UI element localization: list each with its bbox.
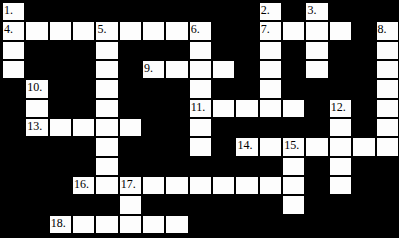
black-cell-r8c11 <box>259 157 282 176</box>
black-cell-r0c10 <box>235 2 258 21</box>
black-cell-r5c6 <box>142 99 165 118</box>
black-cell-r11c10 <box>235 215 258 234</box>
black-cell-r9c2 <box>49 176 72 195</box>
white-cell-r1c3[interactable] <box>72 21 95 40</box>
black-cell-r8c2 <box>49 157 72 176</box>
black-cell-r4c0 <box>2 79 25 98</box>
black-cell-r9c16 <box>376 176 399 195</box>
black-cell-r11c8 <box>189 215 212 234</box>
clue-number-2: 2. <box>261 3 270 17</box>
black-cell-r0c2 <box>49 2 72 21</box>
clue-number-8: 8. <box>378 22 387 36</box>
clue-number-13: 13. <box>27 119 42 133</box>
black-cell-r6c6 <box>142 118 165 137</box>
clue-number-11: 11. <box>191 100 206 114</box>
white-cell-r2c13[interactable] <box>305 41 328 60</box>
black-cell-r0c12 <box>282 2 305 21</box>
white-cell-r9c11[interactable] <box>259 176 282 195</box>
black-cell-r3c1 <box>25 60 48 79</box>
black-cell-r6c12 <box>282 118 305 137</box>
white-cell-r1c14[interactable] <box>329 21 352 40</box>
white-cell-r5c16[interactable] <box>376 99 399 118</box>
black-cell-r0c6 <box>142 2 165 21</box>
white-cell-r6c1[interactable]: 13. <box>25 118 48 137</box>
white-cell-r1c8[interactable]: 6. <box>189 21 212 40</box>
white-cell-r10c12[interactable] <box>282 195 305 214</box>
black-cell-r1c15 <box>352 21 375 40</box>
white-cell-r8c14[interactable] <box>329 157 352 176</box>
black-cell-r8c13 <box>305 157 328 176</box>
black-cell-r0c9 <box>212 2 235 21</box>
black-cell-r10c6 <box>142 195 165 214</box>
white-cell-r6c16[interactable] <box>376 118 399 137</box>
white-cell-r7c15[interactable] <box>352 137 375 156</box>
black-cell-r11c0 <box>2 215 25 234</box>
black-cell-r7c5 <box>119 137 142 156</box>
black-cell-r10c13 <box>305 195 328 214</box>
white-cell-r11c4[interactable] <box>95 215 118 234</box>
black-cell-r5c7 <box>165 99 188 118</box>
black-cell-r6c9 <box>212 118 235 137</box>
black-cell-r10c0 <box>2 195 25 214</box>
white-cell-r1c0[interactable]: 4. <box>2 21 25 40</box>
white-cell-r5c14[interactable]: 12. <box>329 99 352 118</box>
black-cell-r4c2 <box>49 79 72 98</box>
black-cell-r11c1 <box>25 215 48 234</box>
black-cell-r6c0 <box>2 118 25 137</box>
white-cell-r1c7[interactable] <box>165 21 188 40</box>
white-cell-r9c5[interactable]: 17. <box>119 176 142 195</box>
black-cell-r10c8 <box>189 195 212 214</box>
black-cell-r0c5 <box>119 2 142 21</box>
black-cell-r7c7 <box>165 137 188 156</box>
black-cell-r11c11 <box>259 215 282 234</box>
black-cell-r11c16 <box>376 215 399 234</box>
black-cell-r4c10 <box>235 79 258 98</box>
black-cell-r9c1 <box>25 176 48 195</box>
black-cell-r8c1 <box>25 157 48 176</box>
white-cell-r9c10[interactable] <box>235 176 258 195</box>
black-cell-r4c13 <box>305 79 328 98</box>
black-cell-r2c6 <box>142 41 165 60</box>
black-cell-r4c15 <box>352 79 375 98</box>
black-cell-r8c8 <box>189 157 212 176</box>
white-cell-r2c16[interactable] <box>376 41 399 60</box>
white-cell-r11c5[interactable] <box>119 215 142 234</box>
clue-number-3: 3. <box>307 3 316 17</box>
black-cell-r7c0 <box>2 137 25 156</box>
black-cell-r8c6 <box>142 157 165 176</box>
white-cell-r2c4[interactable] <box>95 41 118 60</box>
white-cell-r3c13[interactable] <box>305 60 328 79</box>
black-cell-r3c14 <box>329 60 352 79</box>
black-cell-r2c1 <box>25 41 48 60</box>
black-cell-r10c9 <box>212 195 235 214</box>
black-cell-r8c0 <box>2 157 25 176</box>
black-cell-r4c14 <box>329 79 352 98</box>
black-cell-r9c0 <box>2 176 25 195</box>
black-cell-r0c8 <box>189 2 212 21</box>
white-cell-r4c16[interactable] <box>376 79 399 98</box>
white-cell-r7c12[interactable]: 15. <box>282 137 305 156</box>
white-cell-r9c8[interactable] <box>189 176 212 195</box>
black-cell-r2c7 <box>165 41 188 60</box>
white-cell-r1c2[interactable] <box>49 21 72 40</box>
white-cell-r5c8[interactable]: 11. <box>189 99 212 118</box>
black-cell-r10c4 <box>95 195 118 214</box>
white-cell-r7c16[interactable] <box>376 137 399 156</box>
black-cell-r2c14 <box>329 41 352 60</box>
white-cell-r3c6[interactable]: 9. <box>142 60 165 79</box>
white-cell-r11c7[interactable] <box>165 215 188 234</box>
clue-number-5: 5. <box>97 22 106 36</box>
black-cell-r11c12 <box>282 215 305 234</box>
black-cell-r4c6 <box>142 79 165 98</box>
white-cell-r1c13[interactable] <box>305 21 328 40</box>
black-cell-r10c1 <box>25 195 48 214</box>
clue-number-15: 15. <box>284 138 299 152</box>
black-cell-r2c9 <box>212 41 235 60</box>
white-cell-r2c8[interactable] <box>189 41 212 60</box>
black-cell-r4c3 <box>72 79 95 98</box>
black-cell-r1c9 <box>212 21 235 40</box>
white-cell-r3c16[interactable] <box>376 60 399 79</box>
white-cell-r1c5[interactable] <box>119 21 142 40</box>
black-cell-r6c15 <box>352 118 375 137</box>
black-cell-r0c1 <box>25 2 48 21</box>
black-cell-r0c16 <box>376 2 399 21</box>
white-cell-r9c6[interactable] <box>142 176 165 195</box>
clue-number-12: 12. <box>331 100 346 114</box>
black-cell-r5c0 <box>2 99 25 118</box>
white-cell-r4c4[interactable] <box>95 79 118 98</box>
white-cell-r6c8[interactable] <box>189 118 212 137</box>
white-cell-r6c5[interactable] <box>119 118 142 137</box>
black-cell-r5c3 <box>72 99 95 118</box>
black-cell-r8c15 <box>352 157 375 176</box>
black-cell-r8c7 <box>165 157 188 176</box>
white-cell-r11c2[interactable]: 18. <box>49 215 72 234</box>
white-cell-r1c6[interactable] <box>142 21 165 40</box>
white-cell-r7c14[interactable] <box>329 137 352 156</box>
black-cell-r7c3 <box>72 137 95 156</box>
black-cell-r3c2 <box>49 60 72 79</box>
white-cell-r9c14[interactable] <box>329 176 352 195</box>
white-cell-r1c12[interactable] <box>282 21 305 40</box>
black-cell-r11c9 <box>212 215 235 234</box>
white-cell-r6c4[interactable] <box>95 118 118 137</box>
black-cell-r8c3 <box>72 157 95 176</box>
crossword-board: 1.2.3.4.5.6.7.8.9.10.11.12.13.14.15.16.1… <box>0 0 399 238</box>
white-cell-r3c11[interactable] <box>259 60 282 79</box>
black-cell-r0c7 <box>165 2 188 21</box>
white-cell-r5c11[interactable] <box>259 99 282 118</box>
black-cell-r0c15 <box>352 2 375 21</box>
clue-number-7: 7. <box>261 22 270 36</box>
black-cell-r11c14 <box>329 215 352 234</box>
crossword-grid: 1.2.3.4.5.6.7.8.9.10.11.12.13.14.15.16.1… <box>2 2 399 234</box>
black-cell-r1c10 <box>235 21 258 40</box>
white-cell-r2c0[interactable] <box>2 41 25 60</box>
black-cell-r9c13 <box>305 176 328 195</box>
black-cell-r7c9 <box>212 137 235 156</box>
white-cell-r4c1[interactable]: 10. <box>25 79 48 98</box>
white-cell-r8c12[interactable] <box>282 157 305 176</box>
black-cell-r2c12 <box>282 41 305 60</box>
white-cell-r3c9[interactable] <box>212 60 235 79</box>
white-cell-r7c11[interactable] <box>259 137 282 156</box>
black-cell-r5c5 <box>119 99 142 118</box>
white-cell-r3c4[interactable] <box>95 60 118 79</box>
black-cell-r6c11 <box>259 118 282 137</box>
white-cell-r5c1[interactable] <box>25 99 48 118</box>
white-cell-r9c7[interactable] <box>165 176 188 195</box>
white-cell-r3c0[interactable] <box>2 60 25 79</box>
black-cell-r2c10 <box>235 41 258 60</box>
black-cell-r8c16 <box>376 157 399 176</box>
white-cell-r9c4[interactable] <box>95 176 118 195</box>
black-cell-r4c5 <box>119 79 142 98</box>
black-cell-r2c2 <box>49 41 72 60</box>
white-cell-r7c10[interactable]: 14. <box>235 137 258 156</box>
black-cell-r3c12 <box>282 60 305 79</box>
white-cell-r7c13[interactable] <box>305 137 328 156</box>
black-cell-r10c10 <box>235 195 258 214</box>
white-cell-r5c4[interactable] <box>95 99 118 118</box>
black-cell-r11c15 <box>352 215 375 234</box>
black-cell-r6c10 <box>235 118 258 137</box>
black-cell-r0c14 <box>329 2 352 21</box>
white-cell-r1c4[interactable]: 5. <box>95 21 118 40</box>
white-cell-r9c9[interactable] <box>212 176 235 195</box>
black-cell-r4c7 <box>165 79 188 98</box>
black-cell-r2c5 <box>119 41 142 60</box>
white-cell-r11c6[interactable] <box>142 215 165 234</box>
white-cell-r1c16[interactable]: 8. <box>376 21 399 40</box>
clue-number-17: 17. <box>121 177 136 191</box>
white-cell-r3c8[interactable] <box>189 60 212 79</box>
white-cell-r9c12[interactable] <box>282 176 305 195</box>
white-cell-r10c5[interactable] <box>119 195 142 214</box>
black-cell-r5c15 <box>352 99 375 118</box>
black-cell-r5c2 <box>49 99 72 118</box>
white-cell-r7c8[interactable] <box>189 137 212 156</box>
white-cell-r11c3[interactable] <box>72 215 95 234</box>
white-cell-r4c11[interactable] <box>259 79 282 98</box>
white-cell-r5c10[interactable] <box>235 99 258 118</box>
black-cell-r10c2 <box>49 195 72 214</box>
black-cell-r7c2 <box>49 137 72 156</box>
white-cell-r6c14[interactable] <box>329 118 352 137</box>
clue-number-18: 18. <box>51 216 66 230</box>
white-cell-r2c11[interactable] <box>259 41 282 60</box>
black-cell-r8c9 <box>212 157 235 176</box>
black-cell-r10c14 <box>329 195 352 214</box>
black-cell-r4c9 <box>212 79 235 98</box>
clue-number-6: 6. <box>191 22 200 36</box>
white-cell-r5c9[interactable] <box>212 99 235 118</box>
black-cell-r7c1 <box>25 137 48 156</box>
clue-number-4: 4. <box>4 22 13 36</box>
white-cell-r8c4[interactable] <box>95 157 118 176</box>
black-cell-r5c13 <box>305 99 328 118</box>
black-cell-r7c6 <box>142 137 165 156</box>
white-cell-r5c12[interactable] <box>282 99 305 118</box>
black-cell-r10c16 <box>376 195 399 214</box>
black-cell-r3c5 <box>119 60 142 79</box>
black-cell-r2c15 <box>352 41 375 60</box>
black-cell-r8c10 <box>235 157 258 176</box>
clue-number-9: 9. <box>144 61 153 75</box>
white-cell-r0c11[interactable]: 2. <box>259 2 282 21</box>
black-cell-r4c12 <box>282 79 305 98</box>
clue-number-10: 10. <box>27 80 42 94</box>
white-cell-r1c11[interactable]: 7. <box>259 21 282 40</box>
white-cell-r0c13[interactable]: 3. <box>305 2 328 21</box>
white-cell-r6c3[interactable] <box>72 118 95 137</box>
clue-number-16: 16. <box>74 177 89 191</box>
black-cell-r8c5 <box>119 157 142 176</box>
black-cell-r11c13 <box>305 215 328 234</box>
black-cell-r10c15 <box>352 195 375 214</box>
white-cell-r6c2[interactable] <box>49 118 72 137</box>
black-cell-r0c3 <box>72 2 95 21</box>
black-cell-r6c7 <box>165 118 188 137</box>
black-cell-r3c15 <box>352 60 375 79</box>
black-cell-r3c3 <box>72 60 95 79</box>
white-cell-r7c4[interactable] <box>95 137 118 156</box>
clue-number-1: 1. <box>4 3 13 17</box>
black-cell-r10c3 <box>72 195 95 214</box>
white-cell-r0c0[interactable]: 1. <box>2 2 25 21</box>
white-cell-r9c3[interactable]: 16. <box>72 176 95 195</box>
black-cell-r2c3 <box>72 41 95 60</box>
clue-number-14: 14. <box>237 138 252 152</box>
black-cell-r10c7 <box>165 195 188 214</box>
black-cell-r10c11 <box>259 195 282 214</box>
black-cell-r6c13 <box>305 118 328 137</box>
black-cell-r3c10 <box>235 60 258 79</box>
black-cell-r9c15 <box>352 176 375 195</box>
black-cell-r0c4 <box>95 2 118 21</box>
white-cell-r1c1[interactable] <box>25 21 48 40</box>
white-cell-r4c8[interactable] <box>189 79 212 98</box>
white-cell-r3c7[interactable] <box>165 60 188 79</box>
